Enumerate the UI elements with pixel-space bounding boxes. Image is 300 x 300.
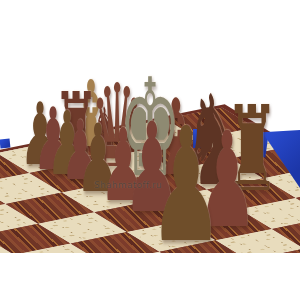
cloth-mid-sliver-a: [193, 129, 204, 148]
chessboard-photo: [0, 40, 300, 253]
cloth-left-sliver-a: [0, 139, 10, 149]
cloth-left-sliver-b: [36, 139, 53, 151]
watermark-text: Shahmatoff.ru: [94, 180, 162, 190]
product-photo: ♜♝♞♛♚♝♞♜♟♟♟♟♟♟♟♟♟ Shahmatoff.ru: [0, 0, 300, 300]
chess-board: [0, 104, 300, 253]
